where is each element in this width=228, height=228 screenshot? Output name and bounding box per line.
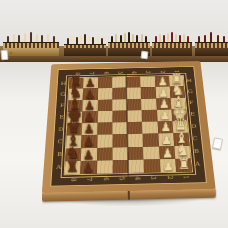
piece-shadow [70, 107, 81, 111]
file-labels-right: HGFEDCBA [183, 75, 205, 171]
rank-labels-bottom: 87654321 [64, 172, 193, 186]
piece-black-pawn[interactable]: ♟ [84, 99, 95, 111]
folding-chess-set: 87654321 HGFEDCBA ♜♟♟♜♞♟♟♞♝♟♟♝♚♟♟♚♛♟♟♛♝♟… [0, 0, 228, 228]
fold-seam-front [128, 191, 130, 200]
square-f8[interactable]: ♝ [68, 100, 83, 112]
piece-shadow [159, 117, 170, 121]
coordinate-label: 5 [116, 67, 122, 78]
coordinate-label: B [189, 145, 203, 158]
piece-white-bishop[interactable]: ♝ [175, 130, 189, 146]
square-f2[interactable]: ♟ [156, 98, 171, 110]
chess-board[interactable]: 87654321 HGFEDCBA ♜♟♟♜♞♟♟♞♝♟♟♝♚♟♟♚♛♟♟♛♝♟… [42, 61, 216, 194]
square-e2[interactable]: ♟ [156, 109, 172, 121]
piece-shadow [69, 119, 80, 123]
rank-labels-top: 87654321 [69, 67, 182, 78]
coordinate-label: 2 [165, 171, 173, 185]
piece-shadow [71, 85, 82, 89]
square-c1[interactable]: ♝ [173, 133, 189, 146]
piece-black-pawn[interactable]: ♟ [84, 111, 95, 123]
square-d8[interactable]: ♛ [67, 123, 83, 136]
coordinate-label: 2 [158, 66, 165, 77]
piece-black-pawn[interactable]: ♟ [83, 148, 95, 161]
square-f5[interactable] [112, 99, 127, 111]
square-b7[interactable]: ♟ [81, 148, 97, 161]
shop-photo: 87654321 HGFEDCBA ♜♟♟♜♞♟♟♞♝♟♟♝♚♟♟♚♛♟♟♛♝♟… [0, 0, 228, 228]
piece-white-king[interactable]: ♚ [171, 103, 187, 121]
piece-white-pawn[interactable]: ♟ [160, 121, 171, 133]
square-b8[interactable]: ♞ [65, 148, 81, 161]
playing-area: ♜♟♟♜♞♟♟♞♝♟♟♝♚♟♟♚♛♟♟♛♝♟♟♝♞♟♟♞♜♟♟♜ [65, 76, 192, 175]
piece-shadow [85, 95, 96, 99]
square-c2[interactable]: ♟ [158, 133, 174, 146]
border-corner [192, 171, 206, 182]
square-f1[interactable]: ♝ [170, 98, 186, 110]
border-corner [58, 70, 70, 79]
piece-black-king[interactable]: ♚ [66, 106, 82, 124]
coordinate-label: 8 [69, 173, 76, 187]
coordinate-label: F [185, 97, 198, 109]
piece-shadow [157, 94, 168, 98]
piece-black-pawn[interactable]: ♟ [84, 123, 95, 135]
piece-white-queen[interactable]: ♛ [173, 116, 188, 133]
square-h2[interactable]: ♟ [155, 76, 170, 87]
square-h8[interactable]: ♜ [69, 78, 84, 89]
square-g7[interactable]: ♟ [83, 88, 98, 100]
square-h7[interactable]: ♟ [83, 78, 98, 89]
piece-black-pawn[interactable]: ♟ [85, 88, 96, 100]
square-b4[interactable] [128, 146, 144, 159]
piece-white-bishop[interactable]: ♝ [172, 94, 185, 109]
piece-shadow [68, 143, 80, 147]
coordinate-label: 4 [133, 171, 140, 185]
coordinate-label: D [187, 121, 200, 133]
square-d3[interactable] [142, 121, 158, 133]
square-e1[interactable]: ♚ [171, 109, 187, 121]
piece-white-pawn[interactable]: ♟ [159, 109, 170, 121]
coordinate-label: 1 [180, 170, 188, 184]
square-h1[interactable]: ♜ [169, 76, 184, 87]
coordinate-label: F [56, 100, 68, 112]
piece-shadow [173, 105, 184, 109]
piece-shadow [85, 107, 96, 111]
fold-seam [125, 68, 129, 184]
square-d5[interactable] [112, 122, 127, 135]
piece-white-pawn[interactable]: ♟ [161, 133, 172, 146]
square-f7[interactable]: ♟ [83, 100, 98, 112]
coordinate-label: 4 [130, 67, 136, 78]
square-d7[interactable]: ♟ [82, 123, 97, 136]
piece-black-knight[interactable]: ♞ [66, 145, 80, 161]
piece-white-knight[interactable]: ♞ [171, 83, 184, 98]
coordinate-label: D [54, 124, 67, 136]
coordinate-label: 8 [73, 68, 80, 79]
square-h6[interactable] [98, 77, 112, 88]
piece-shadow [69, 131, 80, 135]
coordinate-label: C [188, 133, 202, 146]
coordinate-label: 7 [85, 173, 92, 187]
coordinate-label: E [55, 112, 68, 124]
piece-shadow [83, 156, 95, 160]
square-h5[interactable] [112, 77, 126, 88]
piece-shadow [84, 118, 95, 122]
piece-shadow [158, 105, 169, 109]
square-h3[interactable] [140, 76, 155, 87]
square-g8[interactable]: ♞ [68, 89, 83, 101]
square-f4[interactable] [127, 99, 142, 111]
coordinate-label: 6 [101, 172, 108, 186]
square-e8[interactable]: ♚ [67, 111, 82, 123]
square-e3[interactable] [142, 110, 157, 122]
coordinate-label: E [186, 109, 199, 121]
square-g4[interactable] [126, 87, 141, 98]
piece-shadow [172, 93, 183, 97]
coordinate-label: H [183, 75, 196, 86]
piece-white-knight[interactable]: ♞ [176, 143, 190, 159]
board-border-band: 87654321 HGFEDCBA ♜♟♟♜♞♟♟♞♝♟♟♝♚♟♟♚♛♟♟♛♝♟… [50, 66, 207, 186]
square-d6[interactable] [97, 123, 112, 136]
square-e7[interactable]: ♟ [82, 111, 97, 123]
square-e4[interactable] [127, 110, 142, 122]
piece-black-pawn[interactable]: ♟ [83, 135, 94, 148]
square-g2[interactable]: ♟ [155, 87, 170, 98]
file-labels-left: HGFEDCBA [52, 78, 69, 175]
square-b2[interactable]: ♟ [159, 146, 175, 159]
square-e5[interactable] [112, 110, 127, 122]
square-c4[interactable] [127, 134, 143, 147]
piece-white-pawn[interactable]: ♟ [161, 146, 173, 159]
board-front-edge [42, 189, 216, 202]
square-c5[interactable] [112, 134, 127, 147]
piece-shadow [70, 96, 81, 100]
coordinate-label: 5 [117, 172, 124, 186]
piece-shadow [177, 154, 189, 158]
coordinate-label: B [53, 148, 66, 161]
coordinate-label: 7 [88, 68, 94, 79]
coordinate-label: G [184, 86, 197, 97]
coordinate-label: G [57, 89, 69, 100]
piece-shadow [175, 128, 187, 132]
piece-black-bishop[interactable]: ♝ [68, 97, 81, 112]
piece-shadow [171, 82, 182, 86]
square-h4[interactable] [126, 77, 141, 88]
square-g5[interactable] [112, 88, 127, 99]
piece-shadow [67, 156, 79, 160]
square-b6[interactable] [97, 147, 113, 160]
square-c6[interactable] [97, 135, 112, 148]
piece-shadow [84, 131, 95, 135]
piece-shadow [174, 116, 185, 120]
square-f6[interactable] [97, 99, 112, 111]
square-c8[interactable]: ♝ [66, 135, 82, 148]
square-g1[interactable]: ♞ [170, 86, 185, 97]
square-g6[interactable] [98, 88, 113, 99]
coordinate-label: A [52, 161, 65, 175]
piece-black-queen[interactable]: ♛ [66, 119, 81, 136]
piece-black-knight[interactable]: ♞ [69, 86, 82, 101]
piece-shadow [176, 141, 188, 145]
coordinate-label: 6 [102, 68, 108, 79]
square-b3[interactable] [143, 146, 159, 159]
coordinate-label: 3 [144, 67, 151, 78]
square-e6[interactable] [97, 111, 112, 123]
piece-shadow [85, 84, 96, 88]
piece-shadow [83, 143, 94, 147]
coordinate-label: 1 [172, 66, 179, 77]
piece-white-pawn[interactable]: ♟ [158, 86, 169, 98]
square-d2[interactable]: ♟ [157, 121, 173, 133]
border-corner [51, 174, 64, 185]
square-c3[interactable] [143, 134, 159, 147]
square-c7[interactable]: ♟ [81, 135, 97, 148]
square-f3[interactable] [141, 98, 156, 110]
square-d1[interactable]: ♛ [172, 121, 188, 133]
piece-white-pawn[interactable]: ♟ [158, 98, 169, 110]
price-tag [0, 50, 8, 61]
price-tag [140, 51, 148, 60]
border-corner [182, 67, 194, 76]
coordinate-label: 3 [149, 171, 157, 185]
piece-shadow [157, 83, 168, 87]
piece-black-bishop[interactable]: ♝ [67, 133, 81, 149]
square-b1[interactable]: ♞ [174, 145, 191, 158]
coordinate-label: A [191, 158, 205, 172]
square-d4[interactable] [127, 122, 142, 134]
piece-shadow [160, 141, 172, 145]
piece-shadow [160, 129, 171, 133]
piece-shadow [161, 154, 173, 158]
square-g3[interactable] [141, 87, 156, 98]
square-b5[interactable] [112, 147, 128, 160]
coordinate-label: H [57, 78, 69, 89]
coordinate-label: C [54, 136, 67, 149]
